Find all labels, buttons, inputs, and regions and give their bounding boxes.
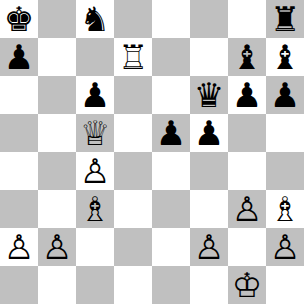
square-g4[interactable] bbox=[228, 152, 266, 190]
square-a6[interactable] bbox=[0, 76, 38, 114]
square-c3[interactable]: ♗ bbox=[76, 190, 114, 228]
square-f6[interactable]: ♛ bbox=[190, 76, 228, 114]
chess-board: ♚♞♜♟♖♝♝♟♛♟♟♕♟♟♙♗♙♗♙♙♙♙♔ bbox=[0, 0, 304, 304]
square-b4[interactable] bbox=[38, 152, 76, 190]
square-d7[interactable]: ♖ bbox=[114, 38, 152, 76]
square-f7[interactable] bbox=[190, 38, 228, 76]
black-pawn-f5[interactable]: ♟ bbox=[194, 114, 224, 152]
square-h5[interactable] bbox=[266, 114, 304, 152]
black-pawn-h6[interactable]: ♟ bbox=[270, 76, 300, 114]
white-pawn-g3[interactable]: ♙ bbox=[232, 190, 262, 228]
square-c4[interactable]: ♙ bbox=[76, 152, 114, 190]
square-h1[interactable] bbox=[266, 266, 304, 304]
square-f8[interactable] bbox=[190, 0, 228, 38]
white-queen-c5[interactable]: ♕ bbox=[80, 114, 110, 152]
square-f1[interactable] bbox=[190, 266, 228, 304]
square-a1[interactable] bbox=[0, 266, 38, 304]
square-b8[interactable] bbox=[38, 0, 76, 38]
square-g8[interactable] bbox=[228, 0, 266, 38]
square-a8[interactable]: ♚ bbox=[0, 0, 38, 38]
white-pawn-f2[interactable]: ♙ bbox=[194, 228, 224, 266]
black-knight-c8[interactable]: ♞ bbox=[80, 0, 110, 38]
white-pawn-h2[interactable]: ♙ bbox=[270, 228, 300, 266]
square-g1[interactable]: ♔ bbox=[228, 266, 266, 304]
square-h6[interactable]: ♟ bbox=[266, 76, 304, 114]
black-bishop-g7[interactable]: ♝ bbox=[232, 38, 262, 76]
square-f5[interactable]: ♟ bbox=[190, 114, 228, 152]
square-d5[interactable] bbox=[114, 114, 152, 152]
square-c7[interactable] bbox=[76, 38, 114, 76]
white-pawn-c4[interactable]: ♙ bbox=[80, 152, 110, 190]
square-g3[interactable]: ♙ bbox=[228, 190, 266, 228]
square-e2[interactable] bbox=[152, 228, 190, 266]
square-h3[interactable]: ♗ bbox=[266, 190, 304, 228]
square-c8[interactable]: ♞ bbox=[76, 0, 114, 38]
square-e7[interactable] bbox=[152, 38, 190, 76]
square-f3[interactable] bbox=[190, 190, 228, 228]
square-a4[interactable] bbox=[0, 152, 38, 190]
square-b1[interactable] bbox=[38, 266, 76, 304]
white-bishop-c3[interactable]: ♗ bbox=[80, 190, 110, 228]
black-pawn-a7[interactable]: ♟ bbox=[4, 38, 34, 76]
square-a7[interactable]: ♟ bbox=[0, 38, 38, 76]
square-e6[interactable] bbox=[152, 76, 190, 114]
white-king-g1[interactable]: ♔ bbox=[232, 266, 262, 304]
square-a2[interactable]: ♙ bbox=[0, 228, 38, 266]
square-c1[interactable] bbox=[76, 266, 114, 304]
square-h8[interactable]: ♜ bbox=[266, 0, 304, 38]
square-e8[interactable] bbox=[152, 0, 190, 38]
black-bishop-h7[interactable]: ♝ bbox=[270, 38, 300, 76]
square-h4[interactable] bbox=[266, 152, 304, 190]
square-a5[interactable] bbox=[0, 114, 38, 152]
square-h7[interactable]: ♝ bbox=[266, 38, 304, 76]
square-d4[interactable] bbox=[114, 152, 152, 190]
black-king-a8[interactable]: ♚ bbox=[4, 0, 34, 38]
square-e5[interactable]: ♟ bbox=[152, 114, 190, 152]
white-rook-d7[interactable]: ♖ bbox=[118, 38, 148, 76]
square-g2[interactable] bbox=[228, 228, 266, 266]
square-g6[interactable]: ♟ bbox=[228, 76, 266, 114]
square-e1[interactable] bbox=[152, 266, 190, 304]
square-g7[interactable]: ♝ bbox=[228, 38, 266, 76]
square-d1[interactable] bbox=[114, 266, 152, 304]
white-bishop-h3[interactable]: ♗ bbox=[270, 190, 300, 228]
square-g5[interactable] bbox=[228, 114, 266, 152]
white-pawn-b2[interactable]: ♙ bbox=[42, 228, 72, 266]
black-rook-h8[interactable]: ♜ bbox=[270, 0, 300, 38]
square-d2[interactable] bbox=[114, 228, 152, 266]
square-b7[interactable] bbox=[38, 38, 76, 76]
square-e3[interactable] bbox=[152, 190, 190, 228]
square-d3[interactable] bbox=[114, 190, 152, 228]
black-queen-f6[interactable]: ♛ bbox=[194, 76, 224, 114]
square-h2[interactable]: ♙ bbox=[266, 228, 304, 266]
black-pawn-g6[interactable]: ♟ bbox=[232, 76, 262, 114]
black-pawn-c6[interactable]: ♟ bbox=[80, 76, 110, 114]
square-e4[interactable] bbox=[152, 152, 190, 190]
square-f4[interactable] bbox=[190, 152, 228, 190]
square-f2[interactable]: ♙ bbox=[190, 228, 228, 266]
square-b6[interactable] bbox=[38, 76, 76, 114]
square-c6[interactable]: ♟ bbox=[76, 76, 114, 114]
square-b3[interactable] bbox=[38, 190, 76, 228]
square-c5[interactable]: ♕ bbox=[76, 114, 114, 152]
black-pawn-e5[interactable]: ♟ bbox=[156, 114, 186, 152]
white-pawn-a2[interactable]: ♙ bbox=[4, 228, 34, 266]
square-b2[interactable]: ♙ bbox=[38, 228, 76, 266]
square-d6[interactable] bbox=[114, 76, 152, 114]
square-d8[interactable] bbox=[114, 0, 152, 38]
square-a3[interactable] bbox=[0, 190, 38, 228]
square-b5[interactable] bbox=[38, 114, 76, 152]
square-c2[interactable] bbox=[76, 228, 114, 266]
